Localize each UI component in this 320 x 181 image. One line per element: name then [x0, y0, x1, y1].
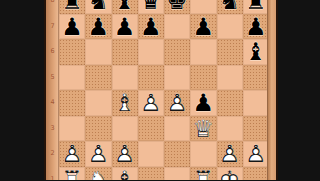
white-piece-outline-layer: ♙: [138, 90, 164, 116]
square-e5[interactable]: [164, 65, 190, 91]
square-h4[interactable]: [243, 90, 269, 116]
square-b6[interactable]: [85, 39, 111, 65]
black-piece-glyph: ♟: [138, 14, 164, 40]
black-piece-glyph: ♞: [217, 0, 243, 14]
white-piece-fill-layer: ♟: [85, 141, 111, 167]
chess-board: ♜♞♝♛♚♞♜♟♟♟♟♟♟♝♝♗♟♙♟♙♟♛♕♟♙♟♙♟♙♟♙♟♙♜♖♞♘♝♗♜…: [59, 0, 269, 180]
square-h3[interactable]: [243, 116, 269, 142]
square-a1[interactable]: ♜♖: [59, 167, 85, 181]
square-d6[interactable]: [138, 39, 164, 65]
square-c6[interactable]: [112, 39, 138, 65]
square-d4[interactable]: ♟♙: [138, 90, 164, 116]
black-piece-glyph: ♚: [164, 0, 190, 14]
square-f6[interactable]: [190, 39, 216, 65]
white-piece-outline-layer: ♗: [112, 90, 138, 116]
square-b2[interactable]: ♟♙: [85, 141, 111, 167]
black-piece-glyph: ♟: [59, 14, 85, 40]
white-piece-fill-layer: ♞: [85, 167, 111, 181]
white-piece-outline-layer: ♙: [85, 141, 111, 167]
rank-label-7: 7: [46, 14, 59, 40]
square-g7[interactable]: [217, 14, 243, 40]
rank-label-6: 6: [46, 39, 59, 65]
board-frame-right-strip: [267, 0, 276, 180]
square-a2[interactable]: ♟♙: [59, 141, 85, 167]
square-f4[interactable]: ♟: [190, 90, 216, 116]
black-piece-glyph: ♟: [112, 14, 138, 40]
square-g2[interactable]: ♟♙: [217, 141, 243, 167]
white-piece-outline-layer: ♕: [190, 116, 216, 142]
rank-labels: 87654321: [46, 0, 59, 180]
square-c3[interactable]: [112, 116, 138, 142]
white-piece-outline-layer: ♙: [112, 141, 138, 167]
square-d3[interactable]: [138, 116, 164, 142]
square-d5[interactable]: [138, 65, 164, 91]
square-h7[interactable]: ♟: [243, 14, 269, 40]
square-b7[interactable]: ♟: [85, 14, 111, 40]
black-piece-glyph: ♜: [243, 0, 269, 14]
white-piece-fill-layer: ♟: [112, 141, 138, 167]
white-piece-fill-layer: ♚: [217, 167, 243, 181]
square-e2[interactable]: [164, 141, 190, 167]
rank-label-2: 2: [46, 141, 59, 167]
white-piece-fill-layer: ♟: [138, 90, 164, 116]
square-c7[interactable]: ♟: [112, 14, 138, 40]
square-g3[interactable]: [217, 116, 243, 142]
square-f5[interactable]: [190, 65, 216, 91]
white-piece-outline-layer: ♙: [164, 90, 190, 116]
square-c1[interactable]: ♝♗: [112, 167, 138, 181]
square-d7[interactable]: ♟: [138, 14, 164, 40]
white-piece-fill-layer: ♜: [59, 167, 85, 181]
square-a8[interactable]: ♜: [59, 0, 85, 14]
square-e3[interactable]: [164, 116, 190, 142]
black-piece-glyph: ♟: [85, 14, 111, 40]
square-h8[interactable]: ♜: [243, 0, 269, 14]
square-f7[interactable]: ♟: [190, 14, 216, 40]
square-c4[interactable]: ♝♗: [112, 90, 138, 116]
black-piece-glyph: ♜: [59, 0, 85, 14]
square-e7[interactable]: [164, 14, 190, 40]
square-f1[interactable]: ♜♖: [190, 167, 216, 181]
square-f2[interactable]: [190, 141, 216, 167]
square-c2[interactable]: ♟♙: [112, 141, 138, 167]
white-piece-fill-layer: ♝: [112, 167, 138, 181]
square-h2[interactable]: ♟♙: [243, 141, 269, 167]
white-piece-fill-layer: ♜: [190, 167, 216, 181]
rank-label-8: 8: [46, 0, 59, 14]
white-piece-outline-layer: ♙: [243, 141, 269, 167]
white-piece-outline-layer: ♖: [190, 167, 216, 181]
white-piece-fill-layer: ♟: [59, 141, 85, 167]
rank-label-5: 5: [46, 65, 59, 91]
white-piece-outline-layer: ♘: [85, 167, 111, 181]
black-piece-glyph: ♛: [138, 0, 164, 14]
square-d1[interactable]: [138, 167, 164, 181]
square-h6[interactable]: ♝: [243, 39, 269, 65]
square-a6[interactable]: [59, 39, 85, 65]
rank-label-3: 3: [46, 116, 59, 142]
black-piece-glyph: ♟: [190, 90, 216, 116]
black-piece-glyph: ♝: [112, 0, 138, 14]
square-e1[interactable]: [164, 167, 190, 181]
square-g6[interactable]: [217, 39, 243, 65]
square-g5[interactable]: [217, 65, 243, 91]
square-b3[interactable]: [85, 116, 111, 142]
square-d8[interactable]: ♛: [138, 0, 164, 14]
rank-label-4: 4: [46, 90, 59, 116]
square-b4[interactable]: [85, 90, 111, 116]
square-g4[interactable]: [217, 90, 243, 116]
square-h1[interactable]: [243, 167, 269, 181]
square-d2[interactable]: [138, 141, 164, 167]
white-piece-fill-layer: ♛: [190, 116, 216, 142]
white-piece-fill-layer: ♟: [164, 90, 190, 116]
board-frame: 87654321 ♜♞♝♛♚♞♜♟♟♟♟♟♟♝♝♗♟♙♟♙♟♛♕♟♙♟♙♟♙♟♙…: [44, 0, 278, 180]
square-e6[interactable]: [164, 39, 190, 65]
square-c5[interactable]: [112, 65, 138, 91]
square-f3[interactable]: ♛♕: [190, 116, 216, 142]
square-a3[interactable]: [59, 116, 85, 142]
white-piece-outline-layer: ♗: [112, 167, 138, 181]
square-b5[interactable]: [85, 65, 111, 91]
square-a5[interactable]: [59, 65, 85, 91]
white-piece-outline-layer: ♙: [59, 141, 85, 167]
white-piece-outline-layer: ♙: [217, 141, 243, 167]
square-c8[interactable]: ♝: [112, 0, 138, 14]
rank-label-1: 1: [46, 167, 59, 181]
black-piece-glyph: ♝: [243, 39, 269, 65]
white-piece-outline-layer: ♔: [217, 167, 243, 181]
square-g8[interactable]: ♞: [217, 0, 243, 14]
black-piece-glyph: ♟: [243, 14, 269, 40]
square-b1[interactable]: ♞♘: [85, 167, 111, 181]
white-piece-fill-layer: ♝: [112, 90, 138, 116]
white-piece-fill-layer: ♟: [217, 141, 243, 167]
square-b8[interactable]: ♞: [85, 0, 111, 14]
white-piece-outline-layer: ♖: [59, 167, 85, 181]
square-f8[interactable]: [190, 0, 216, 14]
square-h5[interactable]: [243, 65, 269, 91]
square-a7[interactable]: ♟: [59, 14, 85, 40]
chess-video-frame: 87654321 ♜♞♝♛♚♞♜♟♟♟♟♟♟♝♝♗♟♙♟♙♟♛♕♟♙♟♙♟♙♟♙…: [0, 0, 320, 180]
white-piece-fill-layer: ♟: [243, 141, 269, 167]
square-g1[interactable]: ♚♔: [217, 167, 243, 181]
black-piece-glyph: ♞: [85, 0, 111, 14]
square-e8[interactable]: ♚: [164, 0, 190, 14]
square-e4[interactable]: ♟♙: [164, 90, 190, 116]
black-piece-glyph: ♟: [190, 14, 216, 40]
square-a4[interactable]: [59, 90, 85, 116]
